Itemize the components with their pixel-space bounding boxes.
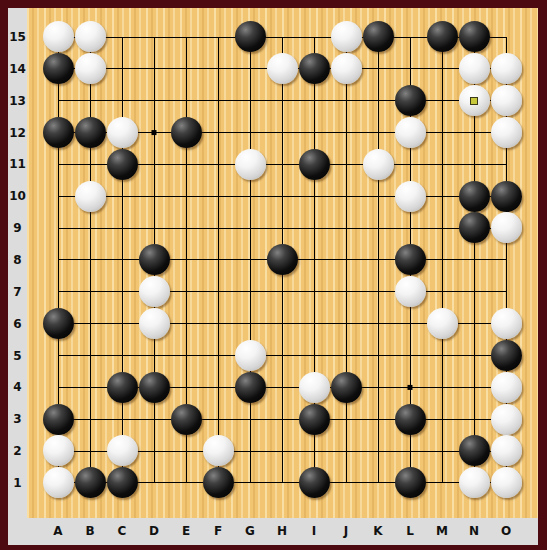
intersection-F10[interactable] xyxy=(202,180,234,212)
intersection-K10[interactable] xyxy=(362,180,394,212)
white-stone-M6 xyxy=(427,308,458,339)
intersection-C3[interactable] xyxy=(106,403,138,435)
intersection-B13[interactable] xyxy=(74,85,106,117)
intersection-N1[interactable] xyxy=(458,467,490,499)
black-stone-G4 xyxy=(235,372,266,403)
column-label-O: O xyxy=(498,523,514,539)
white-stone-D7 xyxy=(139,276,170,307)
intersection-G10[interactable] xyxy=(234,180,266,212)
intersection-I11[interactable] xyxy=(298,148,330,180)
intersection-C14[interactable] xyxy=(106,53,138,85)
intersection-J10[interactable] xyxy=(330,180,362,212)
intersection-M11[interactable] xyxy=(426,148,458,180)
intersection-A5[interactable] xyxy=(42,339,74,371)
intersection-I9[interactable] xyxy=(298,212,330,244)
intersection-B15[interactable] xyxy=(74,21,106,53)
intersection-F13[interactable] xyxy=(202,85,234,117)
white-stone-N1 xyxy=(459,467,490,498)
intersection-K1[interactable] xyxy=(362,467,394,499)
intersection-E5[interactable] xyxy=(170,339,202,371)
intersection-L8[interactable] xyxy=(394,244,426,276)
intersection-K14[interactable] xyxy=(362,53,394,85)
intersection-M15[interactable] xyxy=(426,21,458,53)
intersection-N10[interactable] xyxy=(458,180,490,212)
row-label-6: 6 xyxy=(8,316,27,332)
intersection-K4[interactable] xyxy=(362,371,394,403)
intersection-C5[interactable] xyxy=(106,339,138,371)
intersection-E14[interactable] xyxy=(170,53,202,85)
column-label-L: L xyxy=(402,523,418,539)
intersection-F5[interactable] xyxy=(202,339,234,371)
intersection-F14[interactable] xyxy=(202,53,234,85)
intersection-C6[interactable] xyxy=(106,308,138,340)
intersection-D5[interactable] xyxy=(138,339,170,371)
intersection-B9[interactable] xyxy=(74,212,106,244)
intersection-A3[interactable] xyxy=(42,403,74,435)
intersection-G4[interactable] xyxy=(234,371,266,403)
intersection-M5[interactable] xyxy=(426,339,458,371)
black-stone-G15 xyxy=(235,21,266,52)
black-stone-N2 xyxy=(459,435,490,466)
intersection-G9[interactable] xyxy=(234,212,266,244)
black-stone-E3 xyxy=(171,404,202,435)
intersection-L15[interactable] xyxy=(394,21,426,53)
black-stone-C1 xyxy=(107,467,138,498)
white-stone-L10 xyxy=(395,181,426,212)
intersection-M7[interactable] xyxy=(426,276,458,308)
intersection-D13[interactable] xyxy=(138,85,170,117)
column-labels: ABCDEFGHIJKLMNO xyxy=(8,518,538,545)
intersection-N3[interactable] xyxy=(458,403,490,435)
intersection-L7[interactable] xyxy=(394,276,426,308)
intersection-M4[interactable] xyxy=(426,371,458,403)
intersection-L11[interactable] xyxy=(394,148,426,180)
intersection-K8[interactable] xyxy=(362,244,394,276)
intersection-H3[interactable] xyxy=(266,403,298,435)
intersection-H9[interactable] xyxy=(266,212,298,244)
intersection-A14[interactable] xyxy=(42,53,74,85)
intersection-E1[interactable] xyxy=(170,467,202,499)
intersection-O7[interactable] xyxy=(490,276,522,308)
intersection-O15[interactable] xyxy=(490,21,522,53)
intersection-M2[interactable] xyxy=(426,435,458,467)
intersection-I7[interactable] xyxy=(298,276,330,308)
intersection-A1[interactable] xyxy=(42,467,74,499)
white-stone-I4 xyxy=(299,372,330,403)
row-label-4: 4 xyxy=(8,379,27,395)
black-stone-N10 xyxy=(459,181,490,212)
row-label-9: 9 xyxy=(8,220,27,236)
intersection-J1[interactable] xyxy=(330,467,362,499)
intersection-I2[interactable] xyxy=(298,435,330,467)
intersection-J11[interactable] xyxy=(330,148,362,180)
intersection-D1[interactable] xyxy=(138,467,170,499)
intersection-K15[interactable] xyxy=(362,21,394,53)
intersection-N12[interactable] xyxy=(458,117,490,149)
intersection-E6[interactable] xyxy=(170,308,202,340)
intersection-O1[interactable] xyxy=(490,467,522,499)
intersection-J2[interactable] xyxy=(330,435,362,467)
intersection-J13[interactable] xyxy=(330,85,362,117)
black-stone-L1 xyxy=(395,467,426,498)
intersection-C1[interactable] xyxy=(106,467,138,499)
intersection-M6[interactable] xyxy=(426,308,458,340)
intersection-H12[interactable] xyxy=(266,117,298,149)
row-label-7: 7 xyxy=(8,284,27,300)
intersection-O9[interactable] xyxy=(490,212,522,244)
row-labels: 151413121110987654321 xyxy=(8,8,27,545)
intersection-O6[interactable] xyxy=(490,308,522,340)
intersection-G3[interactable] xyxy=(234,403,266,435)
intersection-A12[interactable] xyxy=(42,117,74,149)
intersection-D3[interactable] xyxy=(138,403,170,435)
intersection-A6[interactable] xyxy=(42,308,74,340)
white-stone-J15 xyxy=(331,21,362,52)
column-label-J: J xyxy=(338,523,354,539)
intersection-F12[interactable] xyxy=(202,117,234,149)
intersection-I1[interactable] xyxy=(298,467,330,499)
column-label-A: A xyxy=(50,523,66,539)
intersection-J5[interactable] xyxy=(330,339,362,371)
intersection-L4[interactable] xyxy=(394,371,426,403)
black-stone-C4 xyxy=(107,372,138,403)
intersection-I3[interactable] xyxy=(298,403,330,435)
intersection-F3[interactable] xyxy=(202,403,234,435)
white-stone-B15 xyxy=(75,21,106,52)
intersection-J6[interactable] xyxy=(330,308,362,340)
white-stone-O1 xyxy=(491,467,522,498)
intersection-F11[interactable] xyxy=(202,148,234,180)
intersection-D2[interactable] xyxy=(138,435,170,467)
intersection-B5[interactable] xyxy=(74,339,106,371)
intersection-O4[interactable] xyxy=(490,371,522,403)
intersection-B10[interactable] xyxy=(74,180,106,212)
intersection-A10[interactable] xyxy=(42,180,74,212)
intersection-O8[interactable] xyxy=(490,244,522,276)
intersection-O5[interactable] xyxy=(490,339,522,371)
intersection-E8[interactable] xyxy=(170,244,202,276)
intersection-H14[interactable] xyxy=(266,53,298,85)
intersection-K11[interactable] xyxy=(362,148,394,180)
intersection-M14[interactable] xyxy=(426,53,458,85)
intersection-M10[interactable] xyxy=(426,180,458,212)
intersection-I6[interactable] xyxy=(298,308,330,340)
intersection-M1[interactable] xyxy=(426,467,458,499)
intersection-K5[interactable] xyxy=(362,339,394,371)
intersection-A4[interactable] xyxy=(42,371,74,403)
white-stone-B10 xyxy=(75,181,106,212)
white-stone-A15 xyxy=(43,21,74,52)
intersection-E10[interactable] xyxy=(170,180,202,212)
intersection-N15[interactable] xyxy=(458,21,490,53)
row-label-14: 14 xyxy=(8,61,27,77)
intersection-M3[interactable] xyxy=(426,403,458,435)
intersection-G14[interactable] xyxy=(234,53,266,85)
intersection-O2[interactable] xyxy=(490,435,522,467)
intersection-L6[interactable] xyxy=(394,308,426,340)
intersection-G6[interactable] xyxy=(234,308,266,340)
intersection-D4[interactable] xyxy=(138,371,170,403)
intersection-F8[interactable] xyxy=(202,244,234,276)
intersection-I10[interactable] xyxy=(298,180,330,212)
intersection-C7[interactable] xyxy=(106,276,138,308)
intersection-E15[interactable] xyxy=(170,21,202,53)
white-stone-L12 xyxy=(395,117,426,148)
intersection-H11[interactable] xyxy=(266,148,298,180)
intersection-H5[interactable] xyxy=(266,339,298,371)
black-stone-E12 xyxy=(171,117,202,148)
intersection-K9[interactable] xyxy=(362,212,394,244)
intersection-D15[interactable] xyxy=(138,21,170,53)
intersection-F1[interactable] xyxy=(202,467,234,499)
intersection-N11[interactable] xyxy=(458,148,490,180)
intersection-O11[interactable] xyxy=(490,148,522,180)
intersection-I14[interactable] xyxy=(298,53,330,85)
white-stone-O9 xyxy=(491,212,522,243)
intersection-H4[interactable] xyxy=(266,371,298,403)
intersection-B14[interactable] xyxy=(74,53,106,85)
black-stone-L3 xyxy=(395,404,426,435)
intersection-N8[interactable] xyxy=(458,244,490,276)
intersection-J9[interactable] xyxy=(330,212,362,244)
black-stone-I1 xyxy=(299,467,330,498)
intersection-C2[interactable] xyxy=(106,435,138,467)
intersection-H10[interactable] xyxy=(266,180,298,212)
intersection-D12[interactable] xyxy=(138,117,170,149)
intersection-C4[interactable] xyxy=(106,371,138,403)
last-move-marker xyxy=(470,97,478,105)
intersection-H7[interactable] xyxy=(266,276,298,308)
intersection-G2[interactable] xyxy=(234,435,266,467)
intersection-O14[interactable] xyxy=(490,53,522,85)
column-label-G: G xyxy=(242,523,258,539)
black-stone-L13 xyxy=(395,85,426,116)
intersection-J14[interactable] xyxy=(330,53,362,85)
white-stone-C12 xyxy=(107,117,138,148)
intersection-D11[interactable] xyxy=(138,148,170,180)
intersection-F9[interactable] xyxy=(202,212,234,244)
intersection-L1[interactable] xyxy=(394,467,426,499)
intersection-F2[interactable] xyxy=(202,435,234,467)
intersection-I15[interactable] xyxy=(298,21,330,53)
row-label-3: 3 xyxy=(8,411,27,427)
intersection-L2[interactable] xyxy=(394,435,426,467)
white-stone-H14 xyxy=(267,53,298,84)
intersection-F4[interactable] xyxy=(202,371,234,403)
intersection-E4[interactable] xyxy=(170,371,202,403)
intersection-K12[interactable] xyxy=(362,117,394,149)
black-stone-K15 xyxy=(363,21,394,52)
intersection-E13[interactable] xyxy=(170,85,202,117)
intersection-C9[interactable] xyxy=(106,212,138,244)
intersection-L3[interactable] xyxy=(394,403,426,435)
intersection-I5[interactable] xyxy=(298,339,330,371)
intersection-H13[interactable] xyxy=(266,85,298,117)
intersection-E9[interactable] xyxy=(170,212,202,244)
intersection-D6[interactable] xyxy=(138,308,170,340)
intersection-H2[interactable] xyxy=(266,435,298,467)
row-label-8: 8 xyxy=(8,252,27,268)
intersection-A15[interactable] xyxy=(42,21,74,53)
intersection-L9[interactable] xyxy=(394,212,426,244)
intersection-B7[interactable] xyxy=(74,276,106,308)
intersection-L12[interactable] xyxy=(394,117,426,149)
intersection-D14[interactable] xyxy=(138,53,170,85)
intersection-K7[interactable] xyxy=(362,276,394,308)
intersection-F7[interactable] xyxy=(202,276,234,308)
intersection-F15[interactable] xyxy=(202,21,234,53)
black-stone-A14 xyxy=(43,53,74,84)
black-stone-O5 xyxy=(491,340,522,371)
intersection-N7[interactable] xyxy=(458,276,490,308)
go-board xyxy=(27,8,538,518)
row-label-1: 1 xyxy=(8,475,27,491)
intersection-J3[interactable] xyxy=(330,403,362,435)
intersection-F6[interactable] xyxy=(202,308,234,340)
intersection-C11[interactable] xyxy=(106,148,138,180)
intersection-N2[interactable] xyxy=(458,435,490,467)
intersection-K13[interactable] xyxy=(362,85,394,117)
intersection-E3[interactable] xyxy=(170,403,202,435)
white-stone-O13 xyxy=(491,85,522,116)
row-label-2: 2 xyxy=(8,443,27,459)
intersection-I12[interactable] xyxy=(298,117,330,149)
intersection-B6[interactable] xyxy=(74,308,106,340)
intersection-C15[interactable] xyxy=(106,21,138,53)
white-stone-N13 xyxy=(459,85,490,116)
intersection-D10[interactable] xyxy=(138,180,170,212)
intersection-M9[interactable] xyxy=(426,212,458,244)
black-stone-N9 xyxy=(459,212,490,243)
intersection-C8[interactable] xyxy=(106,244,138,276)
intersection-J12[interactable] xyxy=(330,117,362,149)
black-stone-A12 xyxy=(43,117,74,148)
column-label-K: K xyxy=(370,523,386,539)
intersection-G7[interactable] xyxy=(234,276,266,308)
intersection-D8[interactable] xyxy=(138,244,170,276)
intersection-L5[interactable] xyxy=(394,339,426,371)
intersection-H1[interactable] xyxy=(266,467,298,499)
intersection-H8[interactable] xyxy=(266,244,298,276)
black-stone-M15 xyxy=(427,21,458,52)
intersection-K3[interactable] xyxy=(362,403,394,435)
row-label-13: 13 xyxy=(8,93,27,109)
intersection-L14[interactable] xyxy=(394,53,426,85)
intersection-A9[interactable] xyxy=(42,212,74,244)
black-stone-A3 xyxy=(43,404,74,435)
intersection-A13[interactable] xyxy=(42,85,74,117)
intersection-M8[interactable] xyxy=(426,244,458,276)
intersection-A8[interactable] xyxy=(42,244,74,276)
black-stone-C11 xyxy=(107,149,138,180)
intersection-H15[interactable] xyxy=(266,21,298,53)
intersection-E2[interactable] xyxy=(170,435,202,467)
intersection-O3[interactable] xyxy=(490,403,522,435)
intersection-M13[interactable] xyxy=(426,85,458,117)
intersection-L13[interactable] xyxy=(394,85,426,117)
row-label-11: 11 xyxy=(8,156,27,172)
intersection-G5[interactable] xyxy=(234,339,266,371)
intersection-J8[interactable] xyxy=(330,244,362,276)
intersection-G1[interactable] xyxy=(234,467,266,499)
intersection-G8[interactable] xyxy=(234,244,266,276)
intersection-N4[interactable] xyxy=(458,371,490,403)
intersection-B12[interactable] xyxy=(74,117,106,149)
white-stone-B14 xyxy=(75,53,106,84)
intersection-G15[interactable] xyxy=(234,21,266,53)
intersection-K2[interactable] xyxy=(362,435,394,467)
intersection-N14[interactable] xyxy=(458,53,490,85)
intersection-E7[interactable] xyxy=(170,276,202,308)
white-stone-D6 xyxy=(139,308,170,339)
white-stone-O6 xyxy=(491,308,522,339)
intersection-J7[interactable] xyxy=(330,276,362,308)
intersection-O13[interactable] xyxy=(490,85,522,117)
intersection-J15[interactable] xyxy=(330,21,362,53)
intersection-B2[interactable] xyxy=(74,435,106,467)
white-stone-O2 xyxy=(491,435,522,466)
intersection-I13[interactable] xyxy=(298,85,330,117)
intersection-B3[interactable] xyxy=(74,403,106,435)
intersection-B1[interactable] xyxy=(74,467,106,499)
intersection-K6[interactable] xyxy=(362,308,394,340)
black-stone-H8 xyxy=(267,244,298,275)
intersection-G11[interactable] xyxy=(234,148,266,180)
intersection-D9[interactable] xyxy=(138,212,170,244)
go-board-frame: 151413121110987654321 ABCDEFGHIJKLMNO xyxy=(0,0,547,550)
white-stone-O12 xyxy=(491,117,522,148)
column-label-B: B xyxy=(82,523,98,539)
intersection-E11[interactable] xyxy=(170,148,202,180)
intersection-J4[interactable] xyxy=(330,371,362,403)
intersection-I8[interactable] xyxy=(298,244,330,276)
intersection-B8[interactable] xyxy=(74,244,106,276)
intersection-A11[interactable] xyxy=(42,148,74,180)
white-stone-A2 xyxy=(43,435,74,466)
black-stone-N15 xyxy=(459,21,490,52)
intersection-G13[interactable] xyxy=(234,85,266,117)
intersection-B4[interactable] xyxy=(74,371,106,403)
intersection-G12[interactable] xyxy=(234,117,266,149)
intersection-C13[interactable] xyxy=(106,85,138,117)
intersection-C10[interactable] xyxy=(106,180,138,212)
intersection-I4[interactable] xyxy=(298,371,330,403)
intersection-N5[interactable] xyxy=(458,339,490,371)
intersection-N9[interactable] xyxy=(458,212,490,244)
intersection-A2[interactable] xyxy=(42,435,74,467)
column-label-D: D xyxy=(146,523,162,539)
intersection-O10[interactable] xyxy=(490,180,522,212)
intersection-N13[interactable] xyxy=(458,85,490,117)
black-stone-I11 xyxy=(299,149,330,180)
intersection-N6[interactable] xyxy=(458,308,490,340)
intersection-C12[interactable] xyxy=(106,117,138,149)
row-label-10: 10 xyxy=(8,188,27,204)
intersection-B11[interactable] xyxy=(74,148,106,180)
intersection-D7[interactable] xyxy=(138,276,170,308)
black-stone-B12 xyxy=(75,117,106,148)
black-stone-I3 xyxy=(299,404,330,435)
row-label-15: 15 xyxy=(8,29,27,45)
intersection-H6[interactable] xyxy=(266,308,298,340)
intersection-M12[interactable] xyxy=(426,117,458,149)
intersection-L10[interactable] xyxy=(394,180,426,212)
intersection-O12[interactable] xyxy=(490,117,522,149)
intersection-A7[interactable] xyxy=(42,276,74,308)
column-label-N: N xyxy=(466,523,482,539)
white-stone-A1 xyxy=(43,467,74,498)
intersection-E12[interactable] xyxy=(170,117,202,149)
